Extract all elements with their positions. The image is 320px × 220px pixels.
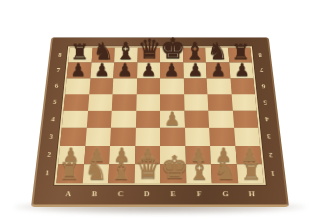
piece-black-knight-g8: ♞ <box>206 39 229 62</box>
piece-black-pawn-e7: ♟ <box>160 61 183 79</box>
square-g2: ♟ <box>210 146 236 164</box>
chess-board: 87654321 87654321 ABCDEFGH ♜♞♝♛♚♝♞♜♟♟♟♟♟… <box>31 37 289 207</box>
piece-black-king-e8: ♚ <box>160 34 183 63</box>
square-e2 <box>160 146 185 164</box>
square-c2: ♟ <box>109 146 135 164</box>
square-g6 <box>207 78 232 94</box>
file-label-h: H <box>238 186 266 202</box>
piece-white-pawn-e4: ♟ <box>160 109 185 128</box>
piece-black-pawn-d7: ♟ <box>137 61 160 79</box>
square-b8: ♞ <box>91 48 115 63</box>
square-a3 <box>60 128 86 146</box>
piece-white-pawn-h2: ♟ <box>236 145 261 164</box>
square-d1: ♛ <box>134 164 160 183</box>
rank-label-left-2: 2 <box>40 146 58 164</box>
piece-black-pawn-a7: ♟ <box>67 61 90 79</box>
square-b1: ♞ <box>82 164 109 183</box>
square-a1: ♜ <box>56 164 83 183</box>
square-d6 <box>136 78 160 94</box>
square-b2: ♟ <box>84 146 110 164</box>
file-labels-bottom: ABCDEFGH <box>54 186 265 202</box>
piece-white-rook-h1: ♜ <box>238 160 264 183</box>
piece-black-knight-b8: ♞ <box>91 39 114 62</box>
square-h3 <box>234 128 260 146</box>
rank-label-left-3: 3 <box>42 128 60 146</box>
file-label-a: A <box>54 186 82 202</box>
rank-label-left-8: 8 <box>52 48 68 63</box>
piece-black-rook-h8: ♜ <box>229 42 252 63</box>
square-h7: ♟ <box>229 63 253 79</box>
square-e5 <box>160 94 184 111</box>
square-e7: ♟ <box>160 63 183 79</box>
square-h5 <box>231 94 256 111</box>
rank-label-left-5: 5 <box>46 94 63 111</box>
rank-label-right-6: 6 <box>255 78 272 94</box>
piece-white-pawn-d2: ♟ <box>135 145 160 164</box>
file-label-d: D <box>134 186 160 202</box>
square-g5 <box>207 94 232 111</box>
square-h1: ♜ <box>236 164 263 183</box>
square-b5 <box>88 94 113 111</box>
square-h2: ♟ <box>235 146 262 164</box>
piece-white-pawn-a2: ♟ <box>58 145 83 164</box>
square-b7: ♟ <box>90 63 114 79</box>
rank-label-right-7: 7 <box>254 63 271 79</box>
file-label-f: F <box>186 186 213 202</box>
square-d5 <box>136 94 160 111</box>
piece-white-pawn-b2: ♟ <box>84 145 109 164</box>
rank-label-left-6: 6 <box>48 78 65 94</box>
square-c1: ♝ <box>108 164 134 183</box>
square-e3 <box>160 128 185 146</box>
square-b3 <box>85 128 111 146</box>
square-f8: ♝ <box>183 48 206 63</box>
square-c3 <box>110 128 135 146</box>
square-c5 <box>112 94 137 111</box>
square-e4: ♟ <box>160 111 185 128</box>
playing-field: ♜♞♝♛♚♝♞♜♟♟♟♟♟♟♟♟♟♟♟♟♟♟♟♟♜♞♝♛♚♝♞♜ <box>56 48 263 184</box>
square-d8: ♛ <box>137 48 160 63</box>
square-f6 <box>183 78 207 94</box>
square-h8: ♜ <box>228 48 252 63</box>
piece-black-pawn-f7: ♟ <box>183 61 206 79</box>
square-a2: ♟ <box>58 146 85 164</box>
square-d2: ♟ <box>135 146 160 164</box>
piece-white-bishop-f1: ♝ <box>186 157 212 183</box>
piece-black-pawn-h7: ♟ <box>230 61 253 79</box>
piece-black-bishop-c8: ♝ <box>114 39 137 62</box>
piece-white-pawn-c2: ♟ <box>109 145 134 164</box>
square-b6 <box>89 78 114 94</box>
file-label-b: B <box>81 186 108 202</box>
square-g1: ♞ <box>211 164 238 183</box>
square-h4 <box>232 111 258 128</box>
rank-label-right-8: 8 <box>252 48 268 63</box>
square-e8: ♚ <box>160 48 183 63</box>
rank-label-left-4: 4 <box>44 111 61 128</box>
square-d3 <box>135 128 160 146</box>
piece-white-knight-b1: ♞ <box>82 157 108 183</box>
piece-white-knight-g1: ♞ <box>212 157 238 183</box>
square-a5 <box>63 94 88 111</box>
piece-black-pawn-g7: ♟ <box>207 61 230 79</box>
square-b4 <box>86 111 111 128</box>
file-label-e: E <box>160 186 186 202</box>
square-f7: ♟ <box>183 63 207 79</box>
square-g4 <box>208 111 233 128</box>
square-h6 <box>230 78 255 94</box>
square-c7: ♟ <box>113 63 137 79</box>
board-photo-scene: 87654321 87654321 ABCDEFGH ♜♞♝♛♚♝♞♜♟♟♟♟♟… <box>0 0 320 220</box>
rank-label-right-2: 2 <box>262 146 280 164</box>
square-c4 <box>111 111 136 128</box>
square-f4 <box>184 111 209 128</box>
square-f3 <box>185 128 210 146</box>
square-a4 <box>62 111 88 128</box>
piece-white-pawn-f2: ♟ <box>185 145 210 164</box>
square-e1: ♚ <box>160 164 186 183</box>
piece-black-queen-d8: ♛ <box>137 36 160 63</box>
piece-white-rook-a1: ♜ <box>56 160 82 183</box>
rank-label-right-1: 1 <box>264 164 283 183</box>
rank-label-left-7: 7 <box>50 63 67 79</box>
rank-label-right-5: 5 <box>257 94 274 111</box>
square-g7: ♟ <box>206 63 230 79</box>
square-d4 <box>135 111 160 128</box>
file-label-g: G <box>212 186 239 202</box>
square-a6 <box>65 78 90 94</box>
rank-label-right-4: 4 <box>258 111 275 128</box>
file-label-c: C <box>107 186 134 202</box>
square-a8: ♜ <box>68 48 92 63</box>
rank-label-right-3: 3 <box>260 128 278 146</box>
rank-label-left-1: 1 <box>38 164 57 183</box>
square-f2: ♟ <box>185 146 211 164</box>
piece-black-rook-a8: ♜ <box>68 42 91 63</box>
piece-black-bishop-f8: ♝ <box>183 39 206 62</box>
square-c8: ♝ <box>114 48 137 63</box>
square-c6 <box>113 78 137 94</box>
square-a7: ♟ <box>67 63 91 79</box>
piece-white-bishop-c1: ♝ <box>108 157 134 183</box>
piece-black-pawn-c7: ♟ <box>113 61 136 79</box>
square-f5 <box>184 94 209 111</box>
square-e6 <box>160 78 184 94</box>
piece-black-pawn-b7: ♟ <box>90 61 113 79</box>
square-g3 <box>209 128 235 146</box>
square-f1: ♝ <box>185 164 211 183</box>
piece-white-king-e1: ♚ <box>160 151 186 183</box>
square-d7: ♟ <box>137 63 160 79</box>
square-g8: ♞ <box>205 48 229 63</box>
piece-white-pawn-g2: ♟ <box>211 145 236 164</box>
